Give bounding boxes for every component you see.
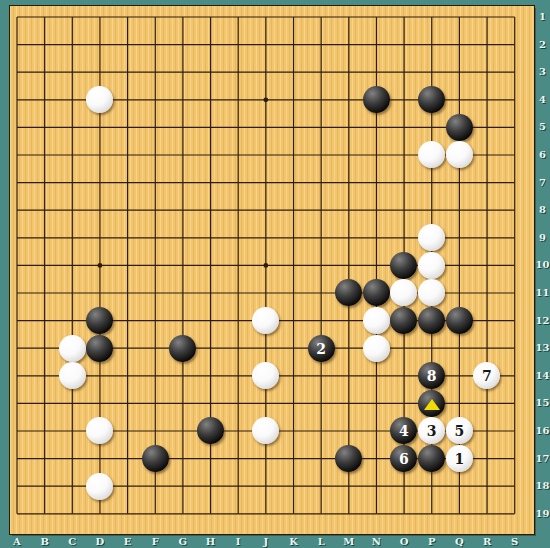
row-label-3: 3 bbox=[535, 66, 550, 78]
row-label-10: 10 bbox=[535, 259, 550, 271]
col-label-N: N bbox=[367, 536, 385, 547]
move-number: 6 bbox=[399, 451, 409, 466]
row-label-16: 16 bbox=[535, 425, 550, 437]
stone-white-O11 bbox=[390, 279, 417, 306]
move-number: 4 bbox=[399, 423, 409, 438]
stone-white-N13 bbox=[363, 335, 390, 362]
move-number: 1 bbox=[454, 451, 464, 466]
row-label-12: 12 bbox=[535, 315, 550, 327]
stone-white-D16 bbox=[86, 417, 113, 444]
stone-white-R14: 7 bbox=[473, 362, 500, 389]
stone-black-O12 bbox=[390, 307, 417, 334]
row-label-13: 13 bbox=[535, 342, 550, 354]
stone-black-H16 bbox=[197, 417, 224, 444]
stone-white-P16: 3 bbox=[418, 417, 445, 444]
stone-white-Q16: 5 bbox=[446, 417, 473, 444]
stone-white-P9 bbox=[418, 224, 445, 251]
stone-black-Q12 bbox=[446, 307, 473, 334]
stone-black-P4 bbox=[418, 86, 445, 113]
move-number: 2 bbox=[316, 341, 326, 356]
stone-black-P15 bbox=[418, 390, 445, 417]
col-label-A: A bbox=[8, 536, 26, 547]
stone-black-P17 bbox=[418, 445, 445, 472]
move-number: 3 bbox=[427, 423, 437, 438]
col-label-S: S bbox=[506, 536, 524, 547]
stone-black-M11 bbox=[335, 279, 362, 306]
stone-black-Q5 bbox=[446, 114, 473, 141]
stone-black-M17 bbox=[335, 445, 362, 472]
stone-white-J12 bbox=[252, 307, 279, 334]
stone-white-C14 bbox=[59, 362, 86, 389]
col-label-Q: Q bbox=[450, 536, 468, 547]
col-label-M: M bbox=[340, 536, 358, 547]
stone-black-F17 bbox=[142, 445, 169, 472]
row-label-11: 11 bbox=[535, 287, 550, 299]
col-label-E: E bbox=[119, 536, 137, 547]
stone-black-D12 bbox=[86, 307, 113, 334]
stone-black-O10 bbox=[390, 252, 417, 279]
row-label-4: 4 bbox=[535, 94, 550, 106]
col-label-P: P bbox=[423, 536, 441, 547]
col-label-L: L bbox=[312, 536, 330, 547]
col-label-D: D bbox=[91, 536, 109, 547]
col-label-R: R bbox=[478, 536, 496, 547]
stone-white-P6 bbox=[418, 141, 445, 168]
col-label-H: H bbox=[202, 536, 220, 547]
stone-white-P10 bbox=[418, 252, 445, 279]
row-label-17: 17 bbox=[535, 453, 550, 465]
stone-white-D18 bbox=[86, 473, 113, 500]
row-label-2: 2 bbox=[535, 39, 550, 51]
col-label-J: J bbox=[257, 536, 275, 547]
row-label-14: 14 bbox=[535, 370, 550, 382]
row-label-9: 9 bbox=[535, 232, 550, 244]
col-label-I: I bbox=[229, 536, 247, 547]
stone-white-C13 bbox=[59, 335, 86, 362]
stones-layer: 28743561 bbox=[3, 3, 528, 527]
move-number: 8 bbox=[427, 368, 437, 383]
col-label-K: K bbox=[285, 536, 303, 547]
stone-black-L13: 2 bbox=[308, 335, 335, 362]
row-label-5: 5 bbox=[535, 121, 550, 133]
go-board[interactable]: 28743561 bbox=[10, 6, 534, 534]
col-label-G: G bbox=[174, 536, 192, 547]
row-label-18: 18 bbox=[535, 480, 550, 492]
col-label-O: O bbox=[395, 536, 413, 547]
stone-white-Q6 bbox=[446, 141, 473, 168]
col-label-C: C bbox=[63, 536, 81, 547]
stone-black-G13 bbox=[169, 335, 196, 362]
stone-black-N11 bbox=[363, 279, 390, 306]
triangle-marker bbox=[424, 399, 440, 410]
col-label-F: F bbox=[146, 536, 164, 547]
row-label-6: 6 bbox=[535, 149, 550, 161]
row-label-1: 1 bbox=[535, 11, 550, 23]
stone-black-P12 bbox=[418, 307, 445, 334]
move-number: 5 bbox=[454, 423, 464, 438]
stone-white-J16 bbox=[252, 417, 279, 444]
stone-white-D4 bbox=[86, 86, 113, 113]
stone-white-N12 bbox=[363, 307, 390, 334]
stone-black-N4 bbox=[363, 86, 390, 113]
row-label-19: 19 bbox=[535, 508, 550, 520]
stone-black-D13 bbox=[86, 335, 113, 362]
stone-black-O17: 6 bbox=[390, 445, 417, 472]
row-label-8: 8 bbox=[535, 204, 550, 216]
stone-white-P11 bbox=[418, 279, 445, 306]
stone-black-P14: 8 bbox=[418, 362, 445, 389]
stone-black-O16: 4 bbox=[390, 417, 417, 444]
move-number: 7 bbox=[482, 368, 492, 383]
go-board-screen: 28743561 ABCDEFGHIJKLMNOPQRS 12345678910… bbox=[0, 0, 550, 548]
row-label-7: 7 bbox=[535, 177, 550, 189]
col-label-B: B bbox=[36, 536, 54, 547]
row-label-15: 15 bbox=[535, 397, 550, 409]
stone-white-Q17: 1 bbox=[446, 445, 473, 472]
stone-white-J14 bbox=[252, 362, 279, 389]
